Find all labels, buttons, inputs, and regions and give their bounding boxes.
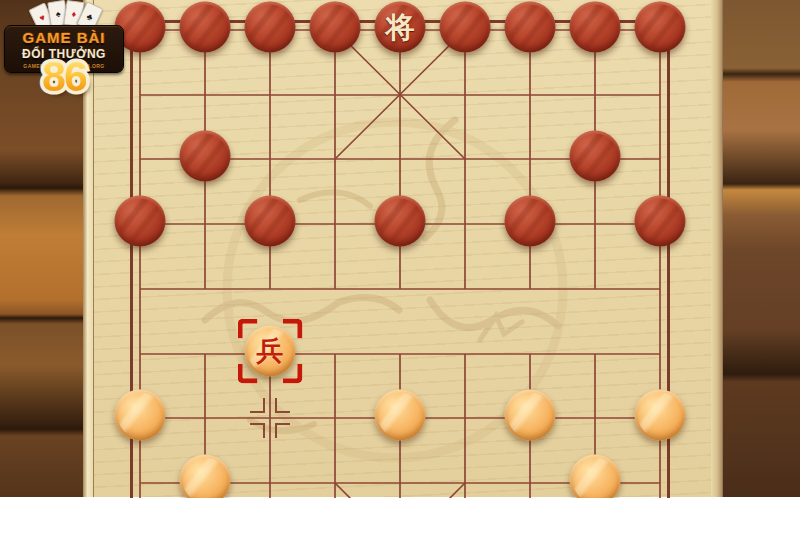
piece-red-facedown[interactable]	[505, 2, 556, 53]
piece-red-facedown[interactable]	[570, 2, 621, 53]
piece-gold-revealed[interactable]: 兵	[245, 325, 296, 376]
piece-red-facedown[interactable]	[635, 2, 686, 53]
piece-gold-facedown[interactable]	[635, 390, 686, 441]
logo-title: GAME BÀI	[5, 29, 123, 46]
piece-red-facedown[interactable]	[505, 196, 556, 247]
logo-number: 86 86	[4, 52, 124, 102]
screenshot-root: 将兵 ♥ ♠ ♦ ♣ GAME BÀI ĐỔI THƯỞNG GAMEBAIDO…	[0, 0, 800, 533]
point-marker	[250, 398, 290, 438]
piece-red-facedown[interactable]	[570, 131, 621, 182]
piece-red-facedown[interactable]	[310, 2, 361, 53]
piece-red-facedown[interactable]	[245, 2, 296, 53]
piece-red-revealed[interactable]: 将	[375, 2, 426, 53]
site-logo-watermark: ♥ ♠ ♦ ♣ GAME BÀI ĐỔI THƯỞNG GAMEBAIDOITH…	[4, 0, 126, 104]
piece-gold-facedown[interactable]	[505, 390, 556, 441]
piece-red-facedown[interactable]	[180, 131, 231, 182]
piece-red-facedown[interactable]	[115, 196, 166, 247]
piece-red-facedown[interactable]	[375, 196, 426, 247]
piece-gold-facedown[interactable]	[375, 390, 426, 441]
piece-character: 将	[375, 2, 426, 53]
piece-red-facedown[interactable]	[440, 2, 491, 53]
piece-character: 兵	[245, 325, 296, 376]
piece-red-facedown[interactable]	[180, 2, 231, 53]
piece-gold-facedown[interactable]	[115, 390, 166, 441]
piece-red-facedown[interactable]	[245, 196, 296, 247]
piece-red-facedown[interactable]	[635, 196, 686, 247]
bottom-white-margin	[0, 498, 800, 533]
